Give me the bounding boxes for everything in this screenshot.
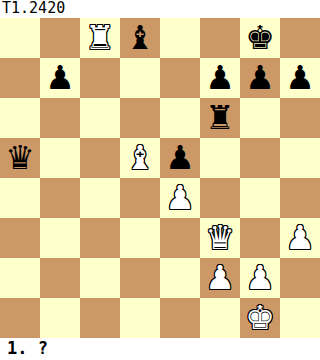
square-a4[interactable]: [0, 178, 40, 218]
black-pawn-e5: ♟: [165, 138, 195, 178]
white-rook-c8: ♜: [85, 18, 115, 58]
square-b4[interactable]: [40, 178, 80, 218]
square-g3[interactable]: [240, 218, 280, 258]
white-bishop-d5: ♝: [125, 138, 155, 178]
square-e4[interactable]: ♟: [160, 178, 200, 218]
square-b6[interactable]: [40, 98, 80, 138]
white-pawn-g2: ♟: [245, 258, 275, 298]
square-f1[interactable]: [200, 298, 240, 338]
square-d5[interactable]: ♝: [120, 138, 160, 178]
square-f7[interactable]: ♟: [200, 58, 240, 98]
square-d4[interactable]: [120, 178, 160, 218]
square-g5[interactable]: [240, 138, 280, 178]
square-d2[interactable]: [120, 258, 160, 298]
square-a3[interactable]: [0, 218, 40, 258]
square-e2[interactable]: [160, 258, 200, 298]
square-d7[interactable]: [120, 58, 160, 98]
black-pawn-b7: ♟: [45, 58, 75, 98]
move-prompt: 1. ?: [0, 338, 320, 360]
square-a5[interactable]: ♛: [0, 138, 40, 178]
square-h8[interactable]: [280, 18, 320, 58]
square-h4[interactable]: [280, 178, 320, 218]
square-a7[interactable]: [0, 58, 40, 98]
puzzle-id: T1.2420: [0, 0, 320, 18]
square-h1[interactable]: [280, 298, 320, 338]
square-g1[interactable]: ♚: [240, 298, 280, 338]
black-pawn-g7: ♟: [245, 58, 275, 98]
square-b2[interactable]: [40, 258, 80, 298]
square-f4[interactable]: [200, 178, 240, 218]
white-queen-f3: ♛: [205, 218, 235, 258]
black-pawn-h7: ♟: [285, 58, 315, 98]
square-h3[interactable]: ♟: [280, 218, 320, 258]
square-e3[interactable]: [160, 218, 200, 258]
black-bishop-d8: ♝: [125, 18, 155, 58]
white-king-g1: ♚: [245, 298, 275, 338]
square-e5[interactable]: ♟: [160, 138, 200, 178]
black-king-g8: ♚: [245, 18, 275, 58]
square-d3[interactable]: [120, 218, 160, 258]
square-a2[interactable]: [0, 258, 40, 298]
square-e8[interactable]: [160, 18, 200, 58]
square-f3[interactable]: ♛: [200, 218, 240, 258]
square-d8[interactable]: ♝: [120, 18, 160, 58]
chess-board: ♜♝♚♟♟♟♟♜♛♝♟♟♛♟♟♟♚: [0, 18, 320, 338]
square-c4[interactable]: [80, 178, 120, 218]
square-g6[interactable]: [240, 98, 280, 138]
square-h2[interactable]: [280, 258, 320, 298]
square-b3[interactable]: [40, 218, 80, 258]
square-f8[interactable]: [200, 18, 240, 58]
black-queen-a5: ♛: [5, 138, 35, 178]
square-g8[interactable]: ♚: [240, 18, 280, 58]
square-b1[interactable]: [40, 298, 80, 338]
square-c2[interactable]: [80, 258, 120, 298]
square-f2[interactable]: ♟: [200, 258, 240, 298]
square-h7[interactable]: ♟: [280, 58, 320, 98]
square-c3[interactable]: [80, 218, 120, 258]
square-a8[interactable]: [0, 18, 40, 58]
square-h5[interactable]: [280, 138, 320, 178]
square-f6[interactable]: ♜: [200, 98, 240, 138]
square-a6[interactable]: [0, 98, 40, 138]
square-f5[interactable]: [200, 138, 240, 178]
square-c1[interactable]: [80, 298, 120, 338]
square-c5[interactable]: [80, 138, 120, 178]
square-h6[interactable]: [280, 98, 320, 138]
square-e7[interactable]: [160, 58, 200, 98]
white-pawn-h3: ♟: [285, 218, 315, 258]
square-d1[interactable]: [120, 298, 160, 338]
square-d6[interactable]: [120, 98, 160, 138]
black-pawn-f7: ♟: [205, 58, 235, 98]
square-b5[interactable]: [40, 138, 80, 178]
square-a1[interactable]: [0, 298, 40, 338]
square-e1[interactable]: [160, 298, 200, 338]
square-c8[interactable]: ♜: [80, 18, 120, 58]
square-g4[interactable]: [240, 178, 280, 218]
square-b8[interactable]: [40, 18, 80, 58]
square-e6[interactable]: [160, 98, 200, 138]
square-b7[interactable]: ♟: [40, 58, 80, 98]
square-g2[interactable]: ♟: [240, 258, 280, 298]
square-c7[interactable]: [80, 58, 120, 98]
white-pawn-f2: ♟: [205, 258, 235, 298]
square-g7[interactable]: ♟: [240, 58, 280, 98]
chess-puzzle-page: T1.2420 ♜♝♚♟♟♟♟♜♛♝♟♟♛♟♟♟♚ 1. ?: [0, 0, 320, 360]
square-c6[interactable]: [80, 98, 120, 138]
white-pawn-e4: ♟: [165, 178, 195, 218]
black-rook-f6: ♜: [205, 98, 235, 138]
